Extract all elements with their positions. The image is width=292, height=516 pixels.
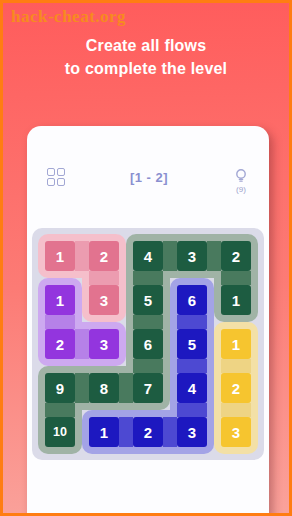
cell-number: 9 (45, 373, 75, 403)
hint-button[interactable]: (9) (233, 168, 249, 194)
cell-number: 3 (177, 417, 207, 447)
board-container: 12432135612365198742101233 (32, 228, 264, 460)
cell-number: 1 (45, 241, 75, 271)
tutorial-title-line1: Create all flows (3, 34, 289, 57)
cell-r1c5-green-2[interactable]: 2 (214, 234, 258, 278)
cell-r1c4-green-3[interactable]: 3 (170, 234, 214, 278)
cell-r3c4-blue-5[interactable]: 5 (170, 322, 214, 366)
flow-connector (177, 410, 207, 417)
cell-number: 2 (221, 373, 251, 403)
tutorial-title-line2: to complete the level (3, 57, 289, 80)
cell-r1c2-pink-2[interactable]: 2 (82, 234, 126, 278)
flow-connector (75, 241, 82, 271)
cell-number: 6 (133, 329, 163, 359)
cell-number: 2 (133, 417, 163, 447)
cell-r4c3-green-7[interactable]: 7 (126, 366, 170, 410)
cell-number: 4 (177, 373, 207, 403)
hint-count: (9) (236, 185, 246, 194)
cell-r4c5-yellow-2[interactable]: 2 (214, 366, 258, 410)
cell-r2c4-blue-6[interactable]: 6 (170, 278, 214, 322)
flow-connector (45, 315, 75, 322)
flow-connector (45, 403, 75, 410)
flow-connector (133, 359, 163, 366)
cell-number: 5 (177, 329, 207, 359)
flow-connector (221, 278, 251, 285)
game-header: [1 - 2] (9) (27, 160, 269, 194)
flow-connector (221, 403, 251, 410)
levels-menu-icon[interactable] (47, 168, 65, 186)
flow-connector (45, 410, 75, 417)
flow-connector (207, 241, 214, 271)
cell-r5c2-blue-1[interactable]: 1 (82, 410, 126, 454)
cell-number: 1 (221, 285, 251, 315)
cell-number: 7 (133, 373, 163, 403)
flow-connector (75, 373, 82, 403)
flow-connector (75, 329, 82, 359)
flow-connector (89, 278, 119, 285)
flow-connector (170, 241, 177, 271)
flow-connector (119, 417, 126, 447)
flow-connector (133, 271, 163, 278)
flow-connector (82, 373, 89, 403)
flow-connector (133, 366, 163, 373)
cell-number: 1 (45, 285, 75, 315)
cell-number: 3 (89, 329, 119, 359)
flow-connector (126, 373, 133, 403)
cell-number: 2 (45, 329, 75, 359)
cell-number: 8 (89, 373, 119, 403)
cell-number: 10 (45, 417, 75, 447)
level-indicator: [1 - 2] (130, 170, 168, 185)
cell-r4c1-green-9[interactable]: 9 (38, 366, 82, 410)
flow-connector (45, 322, 75, 329)
flow-connector (170, 417, 177, 447)
cell-number: 1 (221, 329, 251, 359)
flow-connector (119, 373, 126, 403)
cell-r3c1-purple-2[interactable]: 2 (38, 322, 82, 366)
flow-connector (163, 417, 170, 447)
flow-connector (133, 322, 163, 329)
cell-number: 2 (89, 241, 119, 271)
flow-connector (177, 315, 207, 322)
cell-number: 4 (133, 241, 163, 271)
cell-r2c1-purple-1[interactable]: 1 (38, 278, 82, 322)
cell-r2c2-pink-3[interactable]: 3 (82, 278, 126, 322)
flow-connector (221, 359, 251, 366)
app-screen: hack-cheat.org Create all flows to compl… (0, 0, 292, 516)
cell-number: 3 (89, 285, 119, 315)
flow-connector (133, 315, 163, 322)
cell-r5c1-green-10[interactable]: 10 (38, 410, 82, 454)
flow-connector (89, 271, 119, 278)
cell-r4c2-green-8[interactable]: 8 (82, 366, 126, 410)
flow-connector (82, 329, 89, 359)
cell-r3c2-purple-3[interactable]: 3 (82, 322, 126, 366)
cell-r5c5-yellow-3[interactable]: 3 (214, 410, 258, 454)
cell-r1c3-green-4[interactable]: 4 (126, 234, 170, 278)
board: 12432135612365198742101233 (38, 234, 258, 454)
lightbulb-icon (233, 168, 249, 184)
flow-connector (177, 359, 207, 366)
flow-connector (177, 322, 207, 329)
flow-connector (221, 366, 251, 373)
game-card: [1 - 2] (9) 12432135612365198742101233 (27, 126, 269, 516)
flow-connector (126, 417, 133, 447)
watermark-site-label: hack-cheat.org (11, 7, 126, 27)
cell-r5c3-blue-2[interactable]: 2 (126, 410, 170, 454)
cell-number: 1 (89, 417, 119, 447)
cell-r3c5-yellow-1[interactable]: 1 (214, 322, 258, 366)
flow-connector (133, 278, 163, 285)
cell-r2c3-green-5[interactable]: 5 (126, 278, 170, 322)
cell-number: 2 (221, 241, 251, 271)
cell-r1c1-pink-1[interactable]: 1 (38, 234, 82, 278)
cell-r4c4-blue-4[interactable]: 4 (170, 366, 214, 410)
flow-connector (214, 241, 221, 271)
flow-connector (163, 241, 170, 271)
tutorial-title: Create all flows to complete the level (3, 34, 289, 80)
cell-r2c5-green-1[interactable]: 1 (214, 278, 258, 322)
flow-connector (177, 403, 207, 410)
cell-r3c3-green-6[interactable]: 6 (126, 322, 170, 366)
flow-connector (82, 241, 89, 271)
flow-connector (221, 410, 251, 417)
flow-connector (177, 366, 207, 373)
cell-number: 5 (133, 285, 163, 315)
cell-number: 6 (177, 285, 207, 315)
cell-r5c4-blue-3[interactable]: 3 (170, 410, 214, 454)
cell-number: 3 (221, 417, 251, 447)
flow-connector (221, 271, 251, 278)
cell-number: 3 (177, 241, 207, 271)
